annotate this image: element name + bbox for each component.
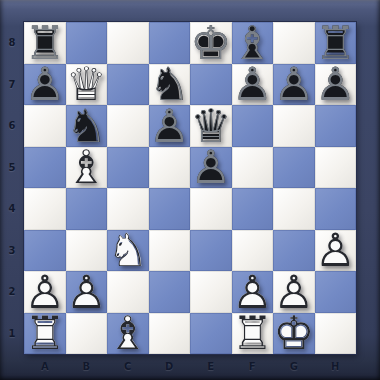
pawn-outline-glyph: ♙ bbox=[24, 269, 66, 315]
rank-label-5: 5 bbox=[0, 147, 24, 189]
black-pawn-e5: ♟♙ bbox=[190, 147, 232, 189]
black-pawn-a7: ♟♙ bbox=[24, 64, 66, 106]
square-e2[interactable] bbox=[190, 271, 232, 313]
square-d4[interactable] bbox=[149, 188, 191, 230]
pawn-outline-glyph: ♙ bbox=[273, 61, 315, 107]
square-b7[interactable]: ♛♕ bbox=[66, 64, 108, 106]
white-pawn-f2: ♟♙ bbox=[232, 271, 274, 313]
bishop-glyph: ♝ bbox=[66, 144, 108, 190]
square-a3[interactable] bbox=[24, 230, 66, 272]
rook-outline-glyph: ♖ bbox=[315, 20, 357, 66]
chess-board: ♜♖♚♔♝♗♜♖♟♙♛♕♞♘♟♙♟♙♟♙♞♘♟♙♛♕♝♗♟♙♞♘♟♙♟♙♟♙♟♙… bbox=[24, 22, 356, 354]
square-e6[interactable]: ♛♕ bbox=[190, 105, 232, 147]
square-e7[interactable] bbox=[190, 64, 232, 106]
square-h5[interactable] bbox=[315, 147, 357, 189]
square-c3[interactable]: ♞♘ bbox=[107, 230, 149, 272]
white-pawn-b2: ♟♙ bbox=[66, 271, 108, 313]
queen-glyph: ♛ bbox=[66, 61, 108, 107]
pawn-glyph: ♟ bbox=[24, 61, 66, 107]
square-d6[interactable]: ♟♙ bbox=[149, 105, 191, 147]
square-h3[interactable]: ♟♙ bbox=[315, 230, 357, 272]
square-h1[interactable] bbox=[315, 313, 357, 355]
bishop-glyph: ♝ bbox=[107, 310, 149, 356]
square-g5[interactable] bbox=[273, 147, 315, 189]
pawn-outline-glyph: ♙ bbox=[24, 61, 66, 107]
knight-glyph: ♞ bbox=[149, 61, 191, 107]
square-e5[interactable]: ♟♙ bbox=[190, 147, 232, 189]
rook-glyph: ♜ bbox=[232, 310, 274, 356]
pawn-glyph: ♟ bbox=[232, 269, 274, 315]
square-f1[interactable]: ♜♖ bbox=[232, 313, 274, 355]
black-pawn-d6: ♟♙ bbox=[149, 105, 191, 147]
rank-label-6: 6 bbox=[0, 105, 24, 147]
rook-glyph: ♜ bbox=[24, 310, 66, 356]
knight-outline-glyph: ♘ bbox=[107, 227, 149, 273]
square-f8[interactable]: ♝♗ bbox=[232, 22, 274, 64]
square-c5[interactable] bbox=[107, 147, 149, 189]
black-pawn-g7: ♟♙ bbox=[273, 64, 315, 106]
square-g8[interactable] bbox=[273, 22, 315, 64]
queen-outline-glyph: ♕ bbox=[66, 61, 108, 107]
square-h6[interactable] bbox=[315, 105, 357, 147]
square-g3[interactable] bbox=[273, 230, 315, 272]
square-a5[interactable] bbox=[24, 147, 66, 189]
square-b4[interactable] bbox=[66, 188, 108, 230]
white-knight-c3: ♞♘ bbox=[107, 230, 149, 272]
file-labels: ABCDEFGH bbox=[24, 355, 356, 377]
square-g4[interactable] bbox=[273, 188, 315, 230]
bishop-outline-glyph: ♗ bbox=[107, 310, 149, 356]
square-d5[interactable] bbox=[149, 147, 191, 189]
square-a4[interactable] bbox=[24, 188, 66, 230]
square-d8[interactable] bbox=[149, 22, 191, 64]
square-b1[interactable] bbox=[66, 313, 108, 355]
knight-glyph: ♞ bbox=[107, 227, 149, 273]
square-g6[interactable] bbox=[273, 105, 315, 147]
square-e1[interactable] bbox=[190, 313, 232, 355]
square-c8[interactable] bbox=[107, 22, 149, 64]
square-d3[interactable] bbox=[149, 230, 191, 272]
pawn-outline-glyph: ♙ bbox=[315, 227, 357, 273]
square-c2[interactable] bbox=[107, 271, 149, 313]
square-f5[interactable] bbox=[232, 147, 274, 189]
rank-label-1: 1 bbox=[0, 313, 24, 355]
square-h2[interactable] bbox=[315, 271, 357, 313]
knight-outline-glyph: ♘ bbox=[66, 103, 108, 149]
black-knight-b6: ♞♘ bbox=[66, 105, 108, 147]
pawn-glyph: ♟ bbox=[149, 103, 191, 149]
square-e3[interactable] bbox=[190, 230, 232, 272]
pawn-glyph: ♟ bbox=[273, 269, 315, 315]
queen-outline-glyph: ♕ bbox=[190, 103, 232, 149]
file-label-h: H bbox=[315, 355, 357, 377]
square-b2[interactable]: ♟♙ bbox=[66, 271, 108, 313]
pawn-outline-glyph: ♙ bbox=[232, 269, 274, 315]
square-f7[interactable]: ♟♙ bbox=[232, 64, 274, 106]
square-h8[interactable]: ♜♖ bbox=[315, 22, 357, 64]
bishop-glyph: ♝ bbox=[232, 20, 274, 66]
square-f3[interactable] bbox=[232, 230, 274, 272]
square-b5[interactable]: ♝♗ bbox=[66, 147, 108, 189]
square-h7[interactable]: ♟♙ bbox=[315, 64, 357, 106]
pawn-glyph: ♟ bbox=[24, 269, 66, 315]
rook-outline-glyph: ♖ bbox=[24, 310, 66, 356]
black-queen-e6: ♛♕ bbox=[190, 105, 232, 147]
square-a6[interactable] bbox=[24, 105, 66, 147]
square-f4[interactable] bbox=[232, 188, 274, 230]
knight-glyph: ♞ bbox=[66, 103, 108, 149]
square-d1[interactable] bbox=[149, 313, 191, 355]
square-a1[interactable]: ♜♖ bbox=[24, 313, 66, 355]
pawn-glyph: ♟ bbox=[190, 144, 232, 190]
king-glyph: ♚ bbox=[190, 20, 232, 66]
white-king-g1: ♚♔ bbox=[273, 313, 315, 355]
square-c6[interactable] bbox=[107, 105, 149, 147]
rook-glyph: ♜ bbox=[24, 20, 66, 66]
square-f6[interactable] bbox=[232, 105, 274, 147]
square-g2[interactable]: ♟♙ bbox=[273, 271, 315, 313]
rank-label-7: 7 bbox=[0, 64, 24, 106]
bishop-outline-glyph: ♗ bbox=[66, 144, 108, 190]
black-knight-d7: ♞♘ bbox=[149, 64, 191, 106]
black-pawn-h7: ♟♙ bbox=[315, 64, 357, 106]
white-rook-a1: ♜♖ bbox=[24, 313, 66, 355]
square-g1[interactable]: ♚♔ bbox=[273, 313, 315, 355]
pawn-outline-glyph: ♙ bbox=[149, 103, 191, 149]
square-e8[interactable]: ♚♔ bbox=[190, 22, 232, 64]
file-label-f: F bbox=[232, 355, 274, 377]
rank-label-3: 3 bbox=[0, 230, 24, 272]
white-bishop-c1: ♝♗ bbox=[107, 313, 149, 355]
chess-board-frame: 87654321 ♜♖♚♔♝♗♜♖♟♙♛♕♞♘♟♙♟♙♟♙♞♘♟♙♛♕♝♗♟♙♞… bbox=[0, 0, 380, 380]
black-rook-a8: ♜♖ bbox=[24, 22, 66, 64]
black-pawn-f7: ♟♙ bbox=[232, 64, 274, 106]
pawn-outline-glyph: ♙ bbox=[66, 269, 108, 315]
white-rook-f1: ♜♖ bbox=[232, 313, 274, 355]
file-label-d: D bbox=[149, 355, 191, 377]
square-b6[interactable]: ♞♘ bbox=[66, 105, 108, 147]
bishop-outline-glyph: ♗ bbox=[232, 20, 274, 66]
rank-label-8: 8 bbox=[0, 22, 24, 64]
file-label-a: A bbox=[24, 355, 66, 377]
square-e4[interactable] bbox=[190, 188, 232, 230]
pawn-outline-glyph: ♙ bbox=[315, 61, 357, 107]
king-glyph: ♚ bbox=[273, 310, 315, 356]
square-a8[interactable]: ♜♖ bbox=[24, 22, 66, 64]
file-label-e: E bbox=[190, 355, 232, 377]
pawn-glyph: ♟ bbox=[273, 61, 315, 107]
white-pawn-a2: ♟♙ bbox=[24, 271, 66, 313]
pawn-outline-glyph: ♙ bbox=[232, 61, 274, 107]
square-c7[interactable] bbox=[107, 64, 149, 106]
king-outline-glyph: ♔ bbox=[273, 310, 315, 356]
square-g7[interactable]: ♟♙ bbox=[273, 64, 315, 106]
file-label-b: B bbox=[66, 355, 108, 377]
square-c4[interactable] bbox=[107, 188, 149, 230]
pawn-glyph: ♟ bbox=[66, 269, 108, 315]
square-f2[interactable]: ♟♙ bbox=[232, 271, 274, 313]
black-rook-h8: ♜♖ bbox=[315, 22, 357, 64]
knight-outline-glyph: ♘ bbox=[149, 61, 191, 107]
rook-outline-glyph: ♖ bbox=[24, 20, 66, 66]
rook-outline-glyph: ♖ bbox=[232, 310, 274, 356]
rook-glyph: ♜ bbox=[315, 20, 357, 66]
file-label-g: G bbox=[273, 355, 315, 377]
white-bishop-b5: ♝♗ bbox=[66, 147, 108, 189]
square-a7[interactable]: ♟♙ bbox=[24, 64, 66, 106]
white-queen-b7: ♛♕ bbox=[66, 64, 108, 106]
black-king-e8: ♚♔ bbox=[190, 22, 232, 64]
white-pawn-h3: ♟♙ bbox=[315, 230, 357, 272]
rank-label-4: 4 bbox=[0, 188, 24, 230]
white-pawn-g2: ♟♙ bbox=[273, 271, 315, 313]
square-h4[interactable] bbox=[315, 188, 357, 230]
pawn-glyph: ♟ bbox=[232, 61, 274, 107]
square-d7[interactable]: ♞♘ bbox=[149, 64, 191, 106]
rank-labels: 87654321 bbox=[0, 22, 24, 354]
square-d2[interactable] bbox=[149, 271, 191, 313]
file-label-c: C bbox=[107, 355, 149, 377]
pawn-outline-glyph: ♙ bbox=[190, 144, 232, 190]
square-a2[interactable]: ♟♙ bbox=[24, 271, 66, 313]
black-bishop-f8: ♝♗ bbox=[232, 22, 274, 64]
pawn-glyph: ♟ bbox=[315, 61, 357, 107]
pawn-glyph: ♟ bbox=[315, 227, 357, 273]
square-c1[interactable]: ♝♗ bbox=[107, 313, 149, 355]
queen-glyph: ♛ bbox=[190, 103, 232, 149]
square-b8[interactable] bbox=[66, 22, 108, 64]
king-outline-glyph: ♔ bbox=[190, 20, 232, 66]
square-b3[interactable] bbox=[66, 230, 108, 272]
rank-label-2: 2 bbox=[0, 271, 24, 313]
pawn-outline-glyph: ♙ bbox=[273, 269, 315, 315]
